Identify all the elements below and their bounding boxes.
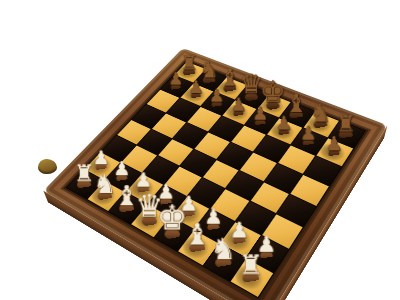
square-d4[interactable]: [180, 149, 216, 177]
black-pawn-glyph: ♟: [325, 134, 342, 153]
white-rook[interactable]: ♜: [227, 252, 274, 279]
chess-set-photo: ♜♞♝♛♚♝♞♜♟♟♟♟♟♟♟♟♟♟♟♟♟♟♟♟♜♞♝♛♚♝♞♜: [0, 0, 400, 300]
square-h1[interactable]: ♜: [231, 259, 273, 297]
square-e6[interactable]: [231, 125, 266, 151]
perspective-scene: ♜♞♝♛♚♝♞♜♟♟♟♟♟♟♟♟♟♟♟♟♟♟♟♟♜♞♝♛♚♝♞♜: [0, 0, 400, 300]
walnut-frame: ♜♞♝♛♚♝♞♜♟♟♟♟♟♟♟♟♟♟♟♟♟♟♟♟♜♞♝♛♚♝♞♜: [43, 48, 387, 300]
chess-board: ♜♞♝♛♚♝♞♜♟♟♟♟♟♟♟♟♟♟♟♟♟♟♟♟♜♞♝♛♚♝♞♜: [66, 61, 366, 299]
camera-tilt: ♜♞♝♛♚♝♞♜♟♟♟♟♟♟♟♟♟♟♟♟♟♟♟♟♜♞♝♛♚♝♞♜: [0, 0, 400, 300]
chess-board-3d: ♜♞♝♛♚♝♞♜♟♟♟♟♟♟♟♟♟♟♟♟♟♟♟♟♜♞♝♛♚♝♞♜: [43, 48, 387, 300]
black-pawn[interactable]: ♟: [314, 134, 355, 153]
white-rook-glyph: ♜: [239, 252, 263, 279]
